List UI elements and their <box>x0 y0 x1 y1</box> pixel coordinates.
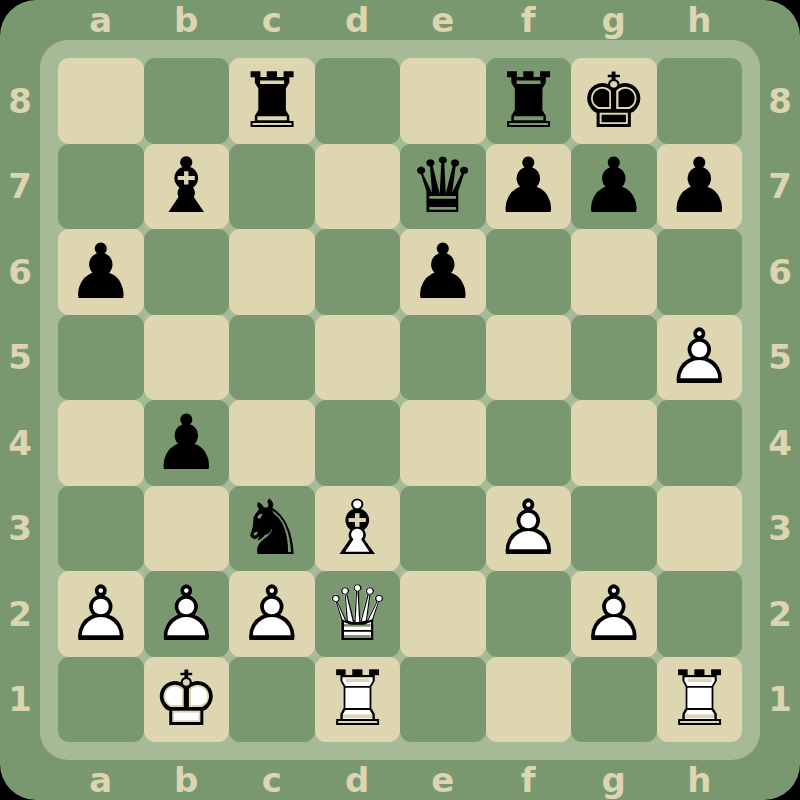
file-label-c: c <box>229 0 315 40</box>
chess-diagram: abcdefgh abcdefgh 87654321 87654321 ♜♜♚♝… <box>0 0 800 800</box>
file-label-b: b <box>144 760 230 800</box>
square-e6[interactable]: ♟ <box>400 229 486 315</box>
square-g7[interactable]: ♟ <box>571 144 657 230</box>
square-b2[interactable]: ♟♙ <box>144 571 230 657</box>
square-a8[interactable] <box>58 58 144 144</box>
square-g1[interactable] <box>571 657 657 743</box>
square-h6[interactable] <box>657 229 743 315</box>
square-d3[interactable]: ♝♗ <box>315 486 401 572</box>
file-label-h: h <box>657 0 743 40</box>
black-rook-piece[interactable]: ♜ <box>229 58 315 144</box>
white-queen-outline: ♕ <box>315 571 401 657</box>
rank-label-4: 4 <box>0 400 40 486</box>
black-pawn-glyph: ♟ <box>58 229 144 315</box>
white-bishop-piece[interactable]: ♝♗ <box>315 486 401 572</box>
square-e3[interactable] <box>400 486 486 572</box>
square-d7[interactable] <box>315 144 401 230</box>
rank-label-3: 3 <box>760 486 800 572</box>
white-pawn-outline: ♙ <box>58 571 144 657</box>
black-pawn-piece[interactable]: ♟ <box>400 229 486 315</box>
square-f6[interactable] <box>486 229 572 315</box>
black-pawn-piece[interactable]: ♟ <box>144 400 230 486</box>
file-label-b: b <box>144 0 230 40</box>
black-queen-glyph: ♛ <box>400 144 486 230</box>
white-rook-piece[interactable]: ♜♖ <box>657 657 743 743</box>
file-label-e: e <box>400 760 486 800</box>
square-f8[interactable]: ♜ <box>486 58 572 144</box>
white-pawn-piece[interactable]: ♟♙ <box>229 571 315 657</box>
square-f7[interactable]: ♟ <box>486 144 572 230</box>
black-bishop-piece[interactable]: ♝ <box>144 144 230 230</box>
file-label-f: f <box>486 760 572 800</box>
square-f2[interactable] <box>486 571 572 657</box>
square-e1[interactable] <box>400 657 486 743</box>
black-pawn-piece[interactable]: ♟ <box>657 144 743 230</box>
black-pawn-glyph: ♟ <box>144 400 230 486</box>
square-a4[interactable] <box>58 400 144 486</box>
black-pawn-glyph: ♟ <box>486 144 572 230</box>
square-e8[interactable] <box>400 58 486 144</box>
square-h7[interactable]: ♟ <box>657 144 743 230</box>
square-g5[interactable] <box>571 315 657 401</box>
file-label-a: a <box>58 0 144 40</box>
square-h4[interactable] <box>657 400 743 486</box>
file-label-c: c <box>229 760 315 800</box>
file-label-f: f <box>486 0 572 40</box>
square-b3[interactable] <box>144 486 230 572</box>
square-f3[interactable]: ♟♙ <box>486 486 572 572</box>
rank-label-2: 2 <box>760 571 800 657</box>
square-h3[interactable] <box>657 486 743 572</box>
black-rook-piece[interactable]: ♜ <box>486 58 572 144</box>
square-c7[interactable] <box>229 144 315 230</box>
white-pawn-outline: ♙ <box>229 571 315 657</box>
file-label-g: g <box>571 760 657 800</box>
black-rook-glyph: ♜ <box>486 58 572 144</box>
square-a7[interactable] <box>58 144 144 230</box>
square-g6[interactable] <box>571 229 657 315</box>
square-c5[interactable] <box>229 315 315 401</box>
square-b6[interactable] <box>144 229 230 315</box>
square-e4[interactable] <box>400 400 486 486</box>
black-rook-glyph: ♜ <box>229 58 315 144</box>
rank-label-8: 8 <box>760 58 800 144</box>
white-queen-piece[interactable]: ♛♕ <box>315 571 401 657</box>
black-pawn-glyph: ♟ <box>657 144 743 230</box>
black-knight-piece[interactable]: ♞ <box>229 486 315 572</box>
rank-label-3: 3 <box>0 486 40 572</box>
square-d8[interactable] <box>315 58 401 144</box>
black-pawn-piece[interactable]: ♟ <box>571 144 657 230</box>
file-label-a: a <box>58 760 144 800</box>
square-a3[interactable] <box>58 486 144 572</box>
rank-label-7: 7 <box>760 144 800 230</box>
square-h8[interactable] <box>657 58 743 144</box>
square-d1[interactable]: ♜♖ <box>315 657 401 743</box>
rank-label-6: 6 <box>0 229 40 315</box>
chess-board: ♜♜♚♝♛♟♟♟♟♟♟♙♟♞♝♗♟♙♟♙♟♙♟♙♛♕♟♙♚♔♜♖♜♖ <box>58 58 742 742</box>
file-label-h: h <box>657 760 743 800</box>
square-c2[interactable]: ♟♙ <box>229 571 315 657</box>
file-label-d: d <box>315 760 401 800</box>
black-king-glyph: ♚ <box>571 58 657 144</box>
rank-label-6: 6 <box>760 229 800 315</box>
square-g2[interactable]: ♟♙ <box>571 571 657 657</box>
square-e2[interactable] <box>400 571 486 657</box>
square-b5[interactable] <box>144 315 230 401</box>
square-b1[interactable]: ♚♔ <box>144 657 230 743</box>
square-g4[interactable] <box>571 400 657 486</box>
rank-label-1: 1 <box>760 657 800 743</box>
square-d5[interactable] <box>315 315 401 401</box>
white-pawn-outline: ♙ <box>486 486 572 572</box>
square-e7[interactable]: ♛ <box>400 144 486 230</box>
white-pawn-piece[interactable]: ♟♙ <box>58 571 144 657</box>
white-pawn-outline: ♙ <box>657 315 743 401</box>
square-a1[interactable] <box>58 657 144 743</box>
square-h2[interactable] <box>657 571 743 657</box>
square-a6[interactable]: ♟ <box>58 229 144 315</box>
rank-label-5: 5 <box>0 315 40 401</box>
square-d2[interactable]: ♛♕ <box>315 571 401 657</box>
white-pawn-piece[interactable]: ♟♙ <box>657 315 743 401</box>
black-pawn-piece[interactable]: ♟ <box>486 144 572 230</box>
white-pawn-piece[interactable]: ♟♙ <box>144 571 230 657</box>
black-bishop-glyph: ♝ <box>144 144 230 230</box>
file-label-d: d <box>315 0 401 40</box>
rank-label-7: 7 <box>0 144 40 230</box>
square-b7[interactable]: ♝ <box>144 144 230 230</box>
square-g3[interactable] <box>571 486 657 572</box>
rank-label-4: 4 <box>760 400 800 486</box>
white-rook-outline: ♖ <box>315 657 401 743</box>
black-pawn-glyph: ♟ <box>400 229 486 315</box>
square-f1[interactable] <box>486 657 572 743</box>
black-queen-piece[interactable]: ♛ <box>400 144 486 230</box>
white-king-outline: ♔ <box>144 657 230 743</box>
white-rook-outline: ♖ <box>657 657 743 743</box>
square-h1[interactable]: ♜♖ <box>657 657 743 743</box>
white-king-piece[interactable]: ♚♔ <box>144 657 230 743</box>
file-label-g: g <box>571 0 657 40</box>
square-e5[interactable] <box>400 315 486 401</box>
square-b4[interactable]: ♟ <box>144 400 230 486</box>
square-c6[interactable] <box>229 229 315 315</box>
rank-label-2: 2 <box>0 571 40 657</box>
square-a5[interactable] <box>58 315 144 401</box>
square-c8[interactable]: ♜ <box>229 58 315 144</box>
square-c3[interactable]: ♞ <box>229 486 315 572</box>
square-f5[interactable] <box>486 315 572 401</box>
square-a2[interactable]: ♟♙ <box>58 571 144 657</box>
square-f4[interactable] <box>486 400 572 486</box>
rank-labels-right: 87654321 <box>760 58 800 742</box>
black-king-piece[interactable]: ♚ <box>571 58 657 144</box>
square-d6[interactable] <box>315 229 401 315</box>
square-c4[interactable] <box>229 400 315 486</box>
square-h5[interactable]: ♟♙ <box>657 315 743 401</box>
white-rook-piece[interactable]: ♜♖ <box>315 657 401 743</box>
rank-label-1: 1 <box>0 657 40 743</box>
square-d4[interactable] <box>315 400 401 486</box>
black-pawn-piece[interactable]: ♟ <box>58 229 144 315</box>
square-b8[interactable] <box>144 58 230 144</box>
black-pawn-glyph: ♟ <box>571 144 657 230</box>
square-c1[interactable] <box>229 657 315 743</box>
white-bishop-outline: ♗ <box>315 486 401 572</box>
white-pawn-piece[interactable]: ♟♙ <box>571 571 657 657</box>
rank-label-8: 8 <box>0 58 40 144</box>
rank-label-5: 5 <box>760 315 800 401</box>
rank-labels-left: 87654321 <box>0 58 40 742</box>
white-pawn-outline: ♙ <box>144 571 230 657</box>
white-pawn-outline: ♙ <box>571 571 657 657</box>
black-knight-glyph: ♞ <box>229 486 315 572</box>
white-pawn-piece[interactable]: ♟♙ <box>486 486 572 572</box>
file-labels-bottom: abcdefgh <box>58 760 742 800</box>
file-labels-top: abcdefgh <box>58 0 742 40</box>
file-label-e: e <box>400 0 486 40</box>
square-g8[interactable]: ♚ <box>571 58 657 144</box>
